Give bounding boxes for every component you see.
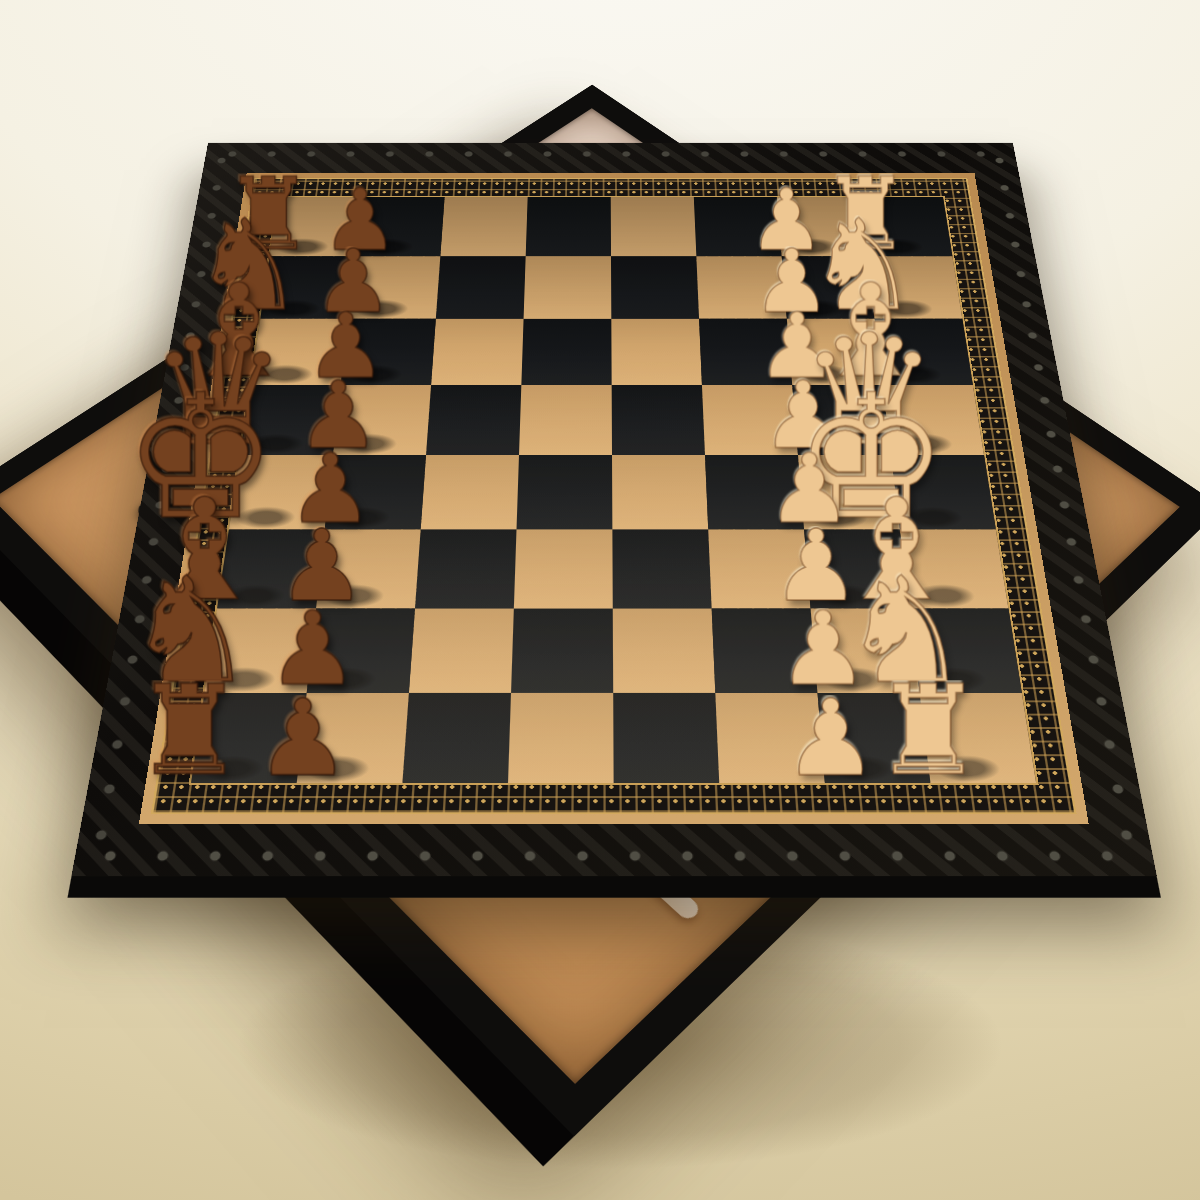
product-photo-stage: Wooden Staunton chess pieces set up in t… <box>0 0 1200 1200</box>
square-r3-c2 <box>426 385 521 455</box>
pawn-glyph: ♟ <box>255 694 350 781</box>
square-r1-c2 <box>436 256 526 319</box>
chess-board: ♜♟♟♜♞♟♟♞♝♟♟♝♛♟♟♛♚♟♟♚♝♟♟♝♞♟♟♞♜♟♟♜ <box>72 143 1157 876</box>
square-r2-c2 <box>431 319 524 385</box>
square-r1-c4 <box>611 256 699 319</box>
square-r4-c2 <box>421 455 519 529</box>
square-r0-c2 <box>440 197 527 256</box>
gold-filigree-border: ♜♟♟♜♞♟♟♞♝♟♟♝♛♟♟♛♚♟♟♚♝♟♟♝♞♟♟♞♜♟♟♜ <box>151 178 1077 814</box>
square-r7-c7: ♜ <box>920 693 1036 783</box>
square-r6-c2 <box>409 609 514 693</box>
board-field: ♜♟♟♜♞♟♟♞♝♟♟♝♛♟♟♛♚♟♟♚♝♟♟♝♞♟♟♞♜♟♟♜ <box>189 196 1039 785</box>
square-r0-c3 <box>526 197 611 256</box>
square-r5-c4 <box>612 529 711 608</box>
square-r0-c4 <box>611 197 697 256</box>
square-r3-c4 <box>612 385 705 455</box>
square-r4-c4 <box>612 455 708 529</box>
stud-row <box>82 843 1146 868</box>
rook-glyph: ♜ <box>133 680 244 781</box>
square-r7-c1: ♟ <box>297 693 409 783</box>
square-r5-c2 <box>415 529 517 608</box>
square-r7-c4 <box>613 693 719 783</box>
square-r4-c3 <box>517 455 613 529</box>
rook-glyph: ♜ <box>872 680 983 781</box>
square-r7-c3 <box>508 693 614 783</box>
square-r5-c3 <box>514 529 613 608</box>
square-r7-c2 <box>402 693 511 783</box>
square-r1-c3 <box>524 256 612 319</box>
square-r3-c3 <box>519 385 612 455</box>
board-grid: ♜♟♟♜♞♟♟♞♝♟♟♝♛♟♟♛♚♟♟♚♝♟♟♝♞♟♟♞♜♟♟♜ <box>191 197 1036 783</box>
board-margin: ♜♟♟♜♞♟♟♞♝♟♟♝♛♟♟♛♚♟♟♚♝♟♟♝♞♟♟♞♜♟♟♜ <box>139 173 1089 824</box>
pawn-glyph: ♟ <box>783 694 878 781</box>
square-r2-c4 <box>611 319 702 385</box>
square-r2-c3 <box>521 319 611 385</box>
board-frame: ♜♟♟♜♞♟♟♞♝♟♟♝♛♟♟♛♚♟♟♚♝♟♟♝♞♟♟♞♜♟♟♜ <box>72 143 1157 876</box>
square-r6-c4 <box>613 609 716 693</box>
square-r6-c3 <box>511 609 613 693</box>
